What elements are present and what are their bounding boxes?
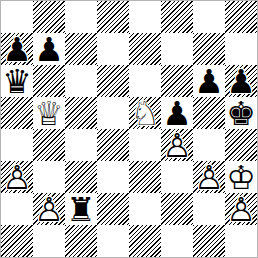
square-e2[interactable]	[129, 193, 161, 225]
white-pawn: ♟♙	[161, 129, 193, 161]
square-h1[interactable]	[225, 225, 257, 257]
square-e4[interactable]	[129, 129, 161, 161]
white-pawn-fill-glyph: ♟	[193, 161, 225, 193]
square-b8[interactable]	[33, 1, 65, 33]
square-f2[interactable]	[161, 193, 193, 225]
white-pawn: ♟♙	[1, 161, 33, 193]
black-pawn: ♟	[193, 65, 225, 97]
square-c2[interactable]: ♜	[65, 193, 97, 225]
square-h5[interactable]: ♚	[225, 97, 257, 129]
white-king-outline-glyph: ♔	[225, 161, 257, 193]
black-pawn: ♟	[33, 33, 65, 65]
square-b3[interactable]	[33, 161, 65, 193]
square-e1[interactable]	[129, 225, 161, 257]
square-g5[interactable]	[193, 97, 225, 129]
square-g4[interactable]	[193, 129, 225, 161]
black-pawn: ♟	[161, 97, 193, 129]
square-g1[interactable]	[193, 225, 225, 257]
square-b1[interactable]	[33, 225, 65, 257]
black-pawn-solid-glyph: ♟	[193, 65, 225, 97]
square-d1[interactable]	[97, 225, 129, 257]
white-king: ♚♔	[225, 161, 257, 193]
white-pawn-outline-glyph: ♙	[161, 129, 193, 161]
square-b7[interactable]: ♟	[33, 33, 65, 65]
square-f5[interactable]: ♟	[161, 97, 193, 129]
square-b6[interactable]	[33, 65, 65, 97]
square-c6[interactable]	[65, 65, 97, 97]
black-pawn: ♟	[225, 65, 257, 97]
black-pawn-solid-glyph: ♟	[225, 65, 257, 97]
white-pawn-outline-glyph: ♙	[193, 161, 225, 193]
square-f7[interactable]	[161, 33, 193, 65]
black-king-solid-glyph: ♚	[225, 97, 257, 129]
square-g3[interactable]: ♟♙	[193, 161, 225, 193]
square-a7[interactable]: ♟	[1, 33, 33, 65]
square-c1[interactable]	[65, 225, 97, 257]
square-e6[interactable]	[129, 65, 161, 97]
square-g2[interactable]	[193, 193, 225, 225]
black-queen-solid-glyph: ♛	[1, 65, 33, 97]
square-c7[interactable]	[65, 33, 97, 65]
square-e7[interactable]	[129, 33, 161, 65]
black-king: ♚	[225, 97, 257, 129]
square-h7[interactable]	[225, 33, 257, 65]
square-d8[interactable]	[97, 1, 129, 33]
white-pawn: ♟♙	[225, 193, 257, 225]
white-pawn-fill-glyph: ♟	[1, 161, 33, 193]
square-h3[interactable]: ♚♔	[225, 161, 257, 193]
square-f8[interactable]	[161, 1, 193, 33]
black-queen: ♛	[1, 65, 33, 97]
square-d2[interactable]	[97, 193, 129, 225]
square-e8[interactable]	[129, 1, 161, 33]
black-pawn-solid-glyph: ♟	[33, 33, 65, 65]
white-pawn-outline-glyph: ♙	[1, 161, 33, 193]
square-d4[interactable]	[97, 129, 129, 161]
white-queen: ♛♕	[33, 97, 65, 129]
black-pawn-solid-glyph: ♟	[161, 97, 193, 129]
square-g8[interactable]	[193, 1, 225, 33]
square-h2[interactable]: ♟♙	[225, 193, 257, 225]
white-knight-outline-glyph: ♘	[129, 97, 161, 129]
square-h8[interactable]	[225, 1, 257, 33]
square-d3[interactable]	[97, 161, 129, 193]
square-f6[interactable]	[161, 65, 193, 97]
square-a4[interactable]	[1, 129, 33, 161]
square-f1[interactable]	[161, 225, 193, 257]
square-d7[interactable]	[97, 33, 129, 65]
chess-board: ♟♟♛♟♟♛♕♞♘♟♚♟♙♟♙♟♙♚♔♟♙♜♟♙	[0, 0, 258, 258]
square-h4[interactable]	[225, 129, 257, 161]
square-b2[interactable]: ♟♙	[33, 193, 65, 225]
square-a8[interactable]	[1, 1, 33, 33]
square-h6[interactable]: ♟	[225, 65, 257, 97]
square-b5[interactable]: ♛♕	[33, 97, 65, 129]
white-pawn-outline-glyph: ♙	[33, 193, 65, 225]
square-b4[interactable]	[33, 129, 65, 161]
square-g6[interactable]: ♟	[193, 65, 225, 97]
white-pawn-fill-glyph: ♟	[33, 193, 65, 225]
black-pawn: ♟	[1, 33, 33, 65]
black-rook-solid-glyph: ♜	[65, 193, 97, 225]
square-e5[interactable]: ♞♘	[129, 97, 161, 129]
square-d6[interactable]	[97, 65, 129, 97]
white-pawn-fill-glyph: ♟	[161, 129, 193, 161]
white-queen-fill-glyph: ♛	[33, 97, 65, 129]
black-pawn-solid-glyph: ♟	[1, 33, 33, 65]
white-knight: ♞♘	[129, 97, 161, 129]
square-a2[interactable]	[1, 193, 33, 225]
square-g7[interactable]	[193, 33, 225, 65]
white-pawn: ♟♙	[193, 161, 225, 193]
square-f3[interactable]	[161, 161, 193, 193]
square-a3[interactable]: ♟♙	[1, 161, 33, 193]
white-queen-outline-glyph: ♕	[33, 97, 65, 129]
square-d5[interactable]	[97, 97, 129, 129]
square-c4[interactable]	[65, 129, 97, 161]
square-e3[interactable]	[129, 161, 161, 193]
chess-diagram: ♟♟♛♟♟♛♕♞♘♟♚♟♙♟♙♟♙♚♔♟♙♜♟♙	[0, 0, 258, 258]
square-a5[interactable]	[1, 97, 33, 129]
white-pawn: ♟♙	[33, 193, 65, 225]
black-rook: ♜	[65, 193, 97, 225]
square-c8[interactable]	[65, 1, 97, 33]
white-king-fill-glyph: ♚	[225, 161, 257, 193]
square-c5[interactable]	[65, 97, 97, 129]
square-a1[interactable]	[1, 225, 33, 257]
white-knight-fill-glyph: ♞	[129, 97, 161, 129]
white-pawn-outline-glyph: ♙	[225, 193, 257, 225]
square-f4[interactable]: ♟♙	[161, 129, 193, 161]
white-pawn-fill-glyph: ♟	[225, 193, 257, 225]
square-c3[interactable]	[65, 161, 97, 193]
square-a6[interactable]: ♛	[1, 65, 33, 97]
